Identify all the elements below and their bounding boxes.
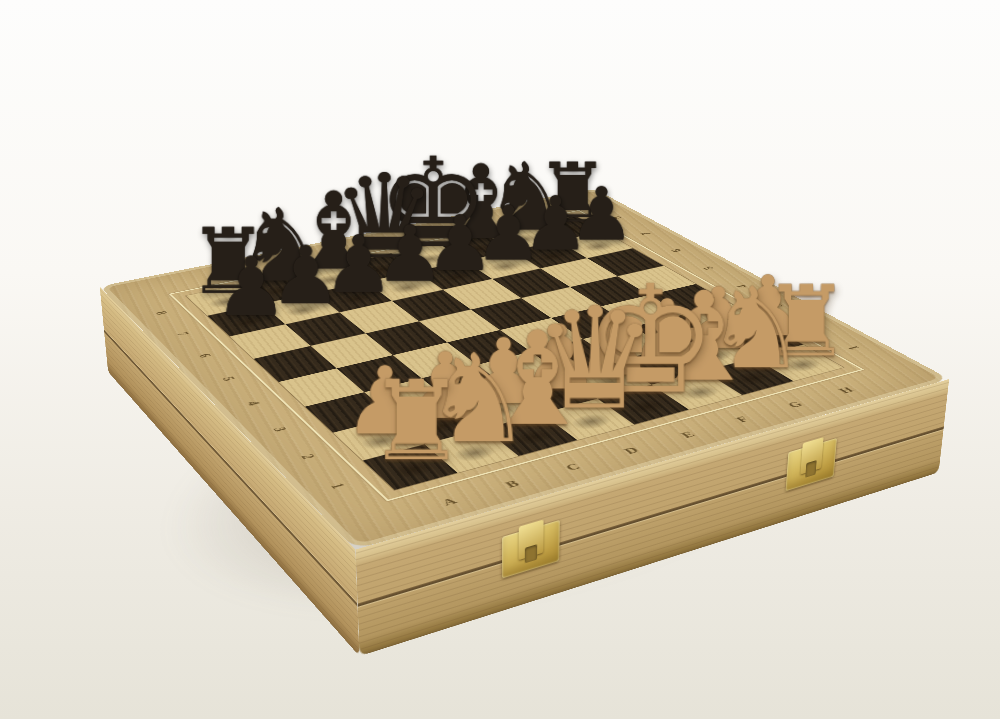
brass-clasp-left (502, 520, 560, 579)
chess-box-photo-scene: 87654321 87654321 ABCDEFGH ♜♞♝♛♚♝♞♜♟♟♟♟♟… (0, 0, 1000, 719)
black-pawn-a7: ♟ (177, 249, 326, 324)
brass-clasp-right (785, 438, 836, 491)
white-rook-a1: ♜ (328, 371, 505, 473)
